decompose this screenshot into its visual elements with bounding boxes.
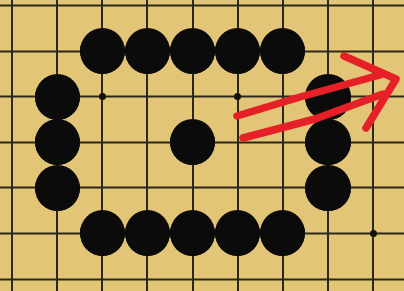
intersection-r6c0[interactable] — [0, 256, 35, 291]
intersection-r2c0[interactable] — [0, 74, 35, 120]
intersection-r6c1[interactable] — [35, 256, 80, 291]
black-stone: ● — [35, 165, 80, 211]
black-stone: ● — [35, 119, 80, 165]
black-stone: ● — [80, 28, 125, 74]
intersection-r4c0[interactable] — [0, 165, 35, 211]
intersection-r1c4[interactable]: ● — [170, 28, 215, 74]
intersection-r0c3[interactable] — [125, 0, 170, 28]
intersection-r4c7[interactable]: ● — [305, 165, 350, 211]
black-stone: ● — [170, 210, 215, 256]
intersection-r1c3[interactable]: ● — [125, 28, 170, 74]
intersection-r5c5[interactable]: ● — [215, 211, 260, 257]
intersection-r5c8[interactable] — [351, 211, 396, 257]
hoshi-point — [99, 93, 106, 100]
intersection-r3c7[interactable]: ● — [305, 119, 350, 165]
intersection-r0c1[interactable] — [35, 0, 80, 28]
intersection-r3c0[interactable] — [0, 119, 35, 165]
hoshi-point — [234, 93, 241, 100]
intersection-r4c1[interactable]: ● — [35, 165, 80, 211]
intersection-r1c5[interactable]: ● — [215, 28, 260, 74]
black-stone: ● — [305, 119, 350, 165]
go-board-view: ●●●●●●●●●●●●●●●●● — [0, 0, 404, 291]
intersection-r2c5[interactable] — [215, 74, 260, 120]
intersection-r1c7[interactable] — [305, 28, 350, 74]
intersection-r6c7[interactable] — [305, 256, 350, 291]
black-stone: ● — [215, 28, 260, 74]
intersection-r0c7[interactable] — [305, 0, 350, 28]
black-stone: ● — [260, 28, 305, 74]
intersection-r1c0[interactable] — [0, 28, 35, 74]
hoshi-point — [370, 230, 377, 237]
black-stone: ● — [170, 119, 215, 165]
intersection-r3c5[interactable] — [215, 119, 260, 165]
intersection-r6c3[interactable] — [125, 256, 170, 291]
intersection-r5c3[interactable]: ● — [125, 211, 170, 257]
intersection-r5c6[interactable]: ● — [260, 211, 305, 257]
black-stone: ● — [260, 210, 305, 256]
intersection-r3c3[interactable] — [125, 119, 170, 165]
intersection-r4c4[interactable] — [170, 165, 215, 211]
intersection-r2c3[interactable] — [125, 74, 170, 120]
black-stone: ● — [125, 210, 170, 256]
intersection-r6c6[interactable] — [260, 256, 305, 291]
intersection-r1c2[interactable]: ● — [80, 28, 125, 74]
intersection-r6c5[interactable] — [215, 256, 260, 291]
black-stone: ● — [125, 28, 170, 74]
intersection-r4c3[interactable] — [125, 165, 170, 211]
intersection-r5c1[interactable] — [35, 211, 80, 257]
intersection-r0c2[interactable] — [80, 0, 125, 28]
intersection-grid: ●●●●●●●●●●●●●●●●● — [0, 0, 396, 291]
intersection-r0c4[interactable] — [170, 0, 215, 28]
intersection-r1c1[interactable] — [35, 28, 80, 74]
intersection-r0c6[interactable] — [260, 0, 305, 28]
intersection-r5c7[interactable] — [305, 211, 350, 257]
intersection-r2c1[interactable]: ● — [35, 74, 80, 120]
intersection-r6c2[interactable] — [80, 256, 125, 291]
intersection-r6c4[interactable] — [170, 256, 215, 291]
black-stone: ● — [35, 74, 80, 120]
intersection-r2c6[interactable] — [260, 74, 305, 120]
intersection-r3c2[interactable] — [80, 119, 125, 165]
black-stone: ● — [80, 210, 125, 256]
intersection-r0c5[interactable] — [215, 0, 260, 28]
intersection-r4c5[interactable] — [215, 165, 260, 211]
intersection-r2c8[interactable] — [351, 74, 396, 120]
intersection-r0c8[interactable] — [351, 0, 396, 28]
intersection-r3c1[interactable]: ● — [35, 119, 80, 165]
intersection-r3c4[interactable]: ● — [170, 119, 215, 165]
intersection-r6c8[interactable] — [351, 256, 396, 291]
intersection-r2c2[interactable] — [80, 74, 125, 120]
intersection-r5c2[interactable]: ● — [80, 211, 125, 257]
intersection-r3c8[interactable] — [351, 119, 396, 165]
intersection-r3c6[interactable] — [260, 119, 305, 165]
intersection-r2c4[interactable] — [170, 74, 215, 120]
black-stone: ● — [305, 165, 350, 211]
intersection-r1c6[interactable]: ● — [260, 28, 305, 74]
black-stone: ● — [305, 74, 350, 120]
intersection-r5c4[interactable]: ● — [170, 211, 215, 257]
black-stone: ● — [215, 210, 260, 256]
intersection-r4c6[interactable] — [260, 165, 305, 211]
intersection-r4c8[interactable] — [351, 165, 396, 211]
intersection-r1c8[interactable] — [351, 28, 396, 74]
intersection-r4c2[interactable] — [80, 165, 125, 211]
intersection-r5c0[interactable] — [0, 211, 35, 257]
black-stone: ● — [170, 28, 215, 74]
intersection-r0c0[interactable] — [0, 0, 35, 28]
intersection-r2c7[interactable]: ● — [305, 74, 350, 120]
